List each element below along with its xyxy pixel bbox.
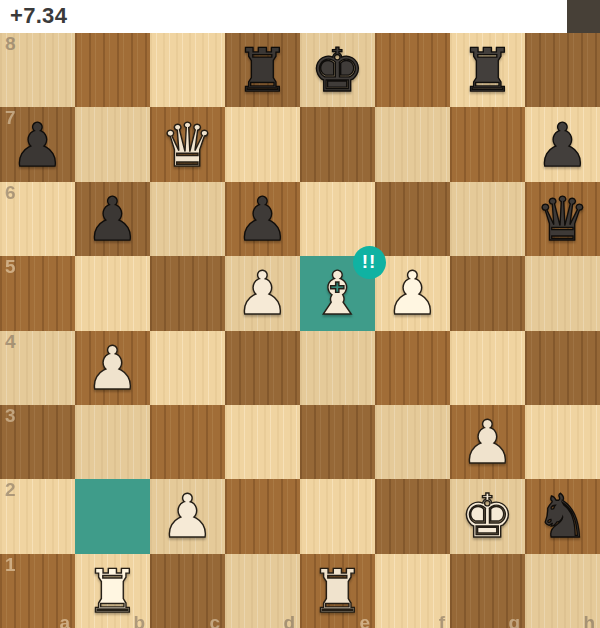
square-a8[interactable]: 8 [0,33,75,107]
piece-white-pawn[interactable]: ♟ [225,256,300,330]
square-c2[interactable]: ♟ [150,479,225,553]
square-h8[interactable] [525,33,600,107]
square-d1[interactable]: d [225,554,300,628]
brilliant-move-badge: !! [353,246,386,279]
piece-black-pawn[interactable]: ♟ [525,107,600,181]
square-a6[interactable]: 6 [0,182,75,256]
square-f8[interactable] [375,33,450,107]
square-f7[interactable] [375,107,450,181]
square-h3[interactable] [525,405,600,479]
top-right-dark-block [567,0,600,33]
piece-white-pawn[interactable]: ♟ [450,405,525,479]
square-g5[interactable] [450,256,525,330]
square-d2[interactable] [225,479,300,553]
rank-label-3: 3 [5,406,16,425]
square-a2[interactable]: 2 [0,479,75,553]
square-g8[interactable]: ♜ [450,33,525,107]
square-b5[interactable] [75,256,150,330]
square-b4[interactable]: ♟ [75,331,150,405]
square-b2[interactable] [75,479,150,553]
square-g1[interactable]: g [450,554,525,628]
square-g3[interactable]: ♟ [450,405,525,479]
square-c5[interactable] [150,256,225,330]
square-f5[interactable]: ♟ [375,256,450,330]
square-c8[interactable] [150,33,225,107]
piece-white-queen[interactable]: ♛ [150,107,225,181]
file-label-d: d [283,613,295,628]
square-a4[interactable]: 4 [0,331,75,405]
evaluation-bar: +7.34 [0,0,600,33]
piece-black-rook[interactable]: ♜ [225,33,300,107]
square-e3[interactable] [300,405,375,479]
square-f1[interactable]: f [375,554,450,628]
file-label-h: h [583,613,595,628]
square-e6[interactable] [300,182,375,256]
file-label-c: c [209,613,220,628]
square-g4[interactable] [450,331,525,405]
piece-white-king[interactable]: ♚ [450,479,525,553]
square-a5[interactable]: 5 [0,256,75,330]
square-f6[interactable] [375,182,450,256]
square-b6[interactable]: ♟ [75,182,150,256]
rank-label-5: 5 [5,257,16,276]
rank-label-8: 8 [5,34,16,53]
square-f3[interactable] [375,405,450,479]
square-e4[interactable] [300,331,375,405]
piece-black-king[interactable]: ♚ [300,33,375,107]
piece-black-queen[interactable]: ♛ [525,182,600,256]
evaluation-score: +7.34 [10,3,67,29]
square-c7[interactable]: ♛ [150,107,225,181]
square-g7[interactable] [450,107,525,181]
square-g2[interactable]: ♚ [450,479,525,553]
piece-black-pawn[interactable]: ♟ [75,182,150,256]
square-h6[interactable]: ♛ [525,182,600,256]
piece-black-rook[interactable]: ♜ [450,33,525,107]
square-d7[interactable] [225,107,300,181]
rank-label-2: 2 [5,480,16,499]
square-e7[interactable] [300,107,375,181]
square-b3[interactable] [75,405,150,479]
piece-white-rook[interactable]: ♜ [300,554,375,628]
square-d8[interactable]: ♜ [225,33,300,107]
square-e1[interactable]: e♜ [300,554,375,628]
square-f4[interactable] [375,331,450,405]
chess-app-screen: +7.34 8♜♚♜7♟♛♟6♟♟♛5♟♝♟4♟3♟2♟♚♞1ab♜cde♜fg… [0,0,600,628]
square-f2[interactable] [375,479,450,553]
piece-black-knight[interactable]: ♞ [525,479,600,553]
square-c3[interactable] [150,405,225,479]
rank-label-1: 1 [5,555,16,574]
square-h5[interactable] [525,256,600,330]
square-b8[interactable] [75,33,150,107]
piece-white-pawn[interactable]: ♟ [150,479,225,553]
piece-white-pawn[interactable]: ♟ [75,331,150,405]
file-label-f: f [439,613,445,628]
square-b1[interactable]: b♜ [75,554,150,628]
square-h2[interactable]: ♞ [525,479,600,553]
rank-label-6: 6 [5,183,16,202]
square-h4[interactable] [525,331,600,405]
square-a7[interactable]: 7♟ [0,107,75,181]
square-b7[interactable] [75,107,150,181]
square-a3[interactable]: 3 [0,405,75,479]
square-d3[interactable] [225,405,300,479]
square-e8[interactable]: ♚ [300,33,375,107]
square-c6[interactable] [150,182,225,256]
piece-white-rook[interactable]: ♜ [75,554,150,628]
rank-label-4: 4 [5,332,16,351]
square-c1[interactable]: c [150,554,225,628]
square-e2[interactable] [300,479,375,553]
square-d4[interactable] [225,331,300,405]
file-label-g: g [508,613,520,628]
square-d5[interactable]: ♟ [225,256,300,330]
square-d6[interactable]: ♟ [225,182,300,256]
square-g6[interactable] [450,182,525,256]
piece-black-pawn[interactable]: ♟ [0,107,75,181]
square-a1[interactable]: 1a [0,554,75,628]
chess-board: 8♜♚♜7♟♛♟6♟♟♛5♟♝♟4♟3♟2♟♚♞1ab♜cde♜fgh!! [0,33,600,628]
piece-black-pawn[interactable]: ♟ [225,182,300,256]
square-c4[interactable] [150,331,225,405]
piece-white-pawn[interactable]: ♟ [375,256,450,330]
square-h7[interactable]: ♟ [525,107,600,181]
square-h1[interactable]: h [525,554,600,628]
file-label-a: a [59,613,70,628]
